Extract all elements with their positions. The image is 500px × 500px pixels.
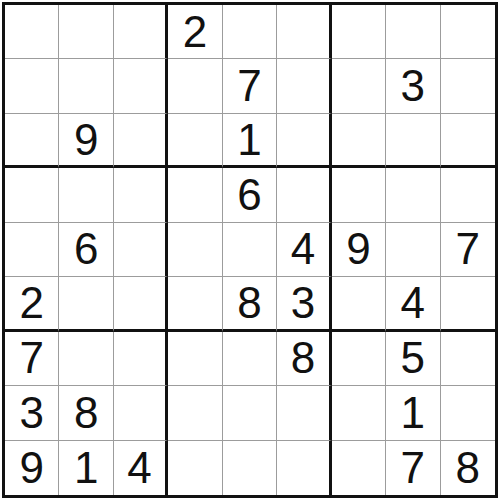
cell-r9c4[interactable]: [168, 441, 222, 495]
cell-r2c4[interactable]: [168, 59, 222, 113]
cell-r6c1[interactable]: 2: [5, 277, 59, 331]
cell-r8c5[interactable]: [223, 386, 277, 440]
cell-r9c6[interactable]: [277, 441, 331, 495]
cell-r6c4[interactable]: [168, 277, 222, 331]
cell-r3c3[interactable]: [114, 114, 168, 168]
cell-r8c2[interactable]: 8: [59, 386, 113, 440]
cell-r3c5[interactable]: 1: [223, 114, 277, 168]
cell-r5c9[interactable]: 7: [441, 223, 495, 277]
cell-r3c7[interactable]: [332, 114, 386, 168]
cell-r1c1[interactable]: [5, 5, 59, 59]
cell-r1c3[interactable]: [114, 5, 168, 59]
cell-r7c2[interactable]: [59, 332, 113, 386]
cell-r3c6[interactable]: [277, 114, 331, 168]
cell-r5c1[interactable]: [5, 223, 59, 277]
cell-r7c5[interactable]: [223, 332, 277, 386]
cell-r7c6[interactable]: 8: [277, 332, 331, 386]
cell-r2c5[interactable]: 7: [223, 59, 277, 113]
sudoku-page: 2739166497283478538191478: [0, 0, 500, 500]
cell-r9c7[interactable]: [332, 441, 386, 495]
cell-r5c7[interactable]: 9: [332, 223, 386, 277]
sudoku-board: 2739166497283478538191478: [2, 2, 498, 498]
cell-r6c7[interactable]: [332, 277, 386, 331]
cell-r6c9[interactable]: [441, 277, 495, 331]
cell-r2c3[interactable]: [114, 59, 168, 113]
cell-r4c7[interactable]: [332, 168, 386, 222]
cell-r1c5[interactable]: [223, 5, 277, 59]
cell-r3c8[interactable]: [386, 114, 440, 168]
cell-r1c4[interactable]: 2: [168, 5, 222, 59]
cell-r8c4[interactable]: [168, 386, 222, 440]
cell-r8c1[interactable]: 3: [5, 386, 59, 440]
cell-r9c2[interactable]: 1: [59, 441, 113, 495]
cell-r7c9[interactable]: [441, 332, 495, 386]
cell-r5c3[interactable]: [114, 223, 168, 277]
cell-r3c2[interactable]: 9: [59, 114, 113, 168]
cell-r7c7[interactable]: [332, 332, 386, 386]
cell-r6c8[interactable]: 4: [386, 277, 440, 331]
cell-r1c9[interactable]: [441, 5, 495, 59]
cell-r2c8[interactable]: 3: [386, 59, 440, 113]
cell-r9c1[interactable]: 9: [5, 441, 59, 495]
cell-r1c8[interactable]: [386, 5, 440, 59]
cell-r3c9[interactable]: [441, 114, 495, 168]
cell-r8c6[interactable]: [277, 386, 331, 440]
cell-r5c8[interactable]: [386, 223, 440, 277]
cell-r5c6[interactable]: 4: [277, 223, 331, 277]
cell-r9c9[interactable]: 8: [441, 441, 495, 495]
cell-r4c4[interactable]: [168, 168, 222, 222]
cell-r9c3[interactable]: 4: [114, 441, 168, 495]
cell-r8c9[interactable]: [441, 386, 495, 440]
cell-r7c8[interactable]: 5: [386, 332, 440, 386]
cell-r2c6[interactable]: [277, 59, 331, 113]
cell-r5c2[interactable]: 6: [59, 223, 113, 277]
cell-r2c9[interactable]: [441, 59, 495, 113]
cell-r9c5[interactable]: [223, 441, 277, 495]
cell-r7c4[interactable]: [168, 332, 222, 386]
cell-r2c1[interactable]: [5, 59, 59, 113]
cell-r7c3[interactable]: [114, 332, 168, 386]
cell-r4c1[interactable]: [5, 168, 59, 222]
cell-r6c5[interactable]: 8: [223, 277, 277, 331]
cell-r4c5[interactable]: 6: [223, 168, 277, 222]
cell-r8c7[interactable]: [332, 386, 386, 440]
cell-r6c3[interactable]: [114, 277, 168, 331]
cell-r2c7[interactable]: [332, 59, 386, 113]
cell-r5c4[interactable]: [168, 223, 222, 277]
cell-r2c2[interactable]: [59, 59, 113, 113]
cell-r3c1[interactable]: [5, 114, 59, 168]
cell-r8c3[interactable]: [114, 386, 168, 440]
cell-r1c2[interactable]: [59, 5, 113, 59]
cell-r4c9[interactable]: [441, 168, 495, 222]
cell-r1c6[interactable]: [277, 5, 331, 59]
cell-r8c8[interactable]: 1: [386, 386, 440, 440]
cell-r3c4[interactable]: [168, 114, 222, 168]
cell-r4c6[interactable]: [277, 168, 331, 222]
cell-r6c6[interactable]: 3: [277, 277, 331, 331]
cell-r4c3[interactable]: [114, 168, 168, 222]
cell-r6c2[interactable]: [59, 277, 113, 331]
cell-r7c1[interactable]: 7: [5, 332, 59, 386]
cell-r5c5[interactable]: [223, 223, 277, 277]
cell-r9c8[interactable]: 7: [386, 441, 440, 495]
cell-r4c2[interactable]: [59, 168, 113, 222]
cell-r1c7[interactable]: [332, 5, 386, 59]
cell-r4c8[interactable]: [386, 168, 440, 222]
